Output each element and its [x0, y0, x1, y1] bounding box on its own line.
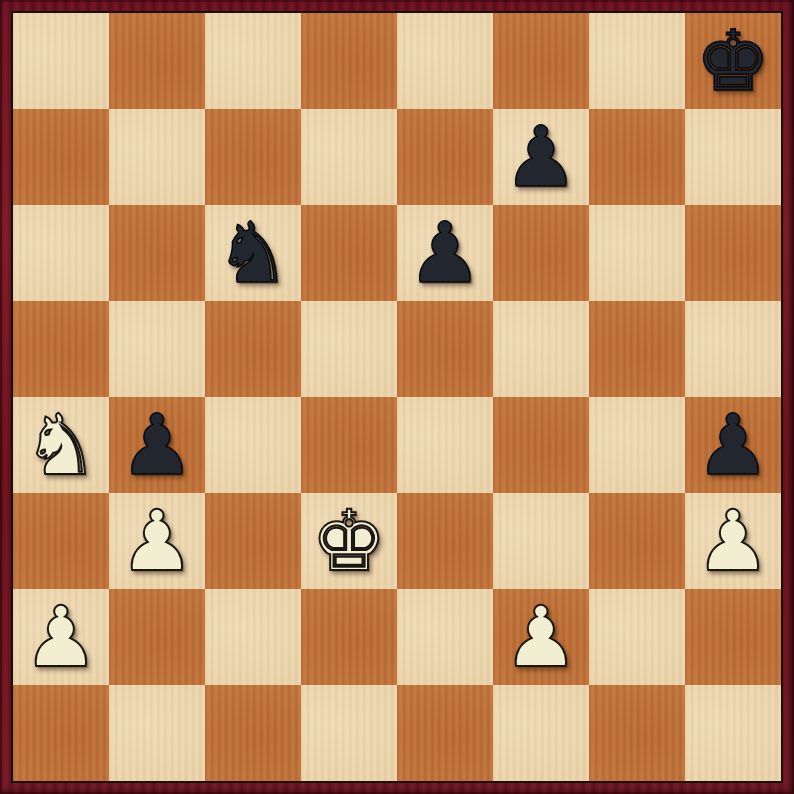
- square-a8[interactable]: [13, 13, 109, 109]
- square-b3[interactable]: ♟: [109, 493, 205, 589]
- piece-white-pawn-f2[interactable]: ♟: [503, 589, 578, 685]
- square-g2[interactable]: [589, 589, 685, 685]
- square-h1[interactable]: [685, 685, 781, 781]
- square-f3[interactable]: [493, 493, 589, 589]
- piece-white-pawn-b3[interactable]: ♟: [119, 493, 194, 589]
- board-frame: ♚♟♞♟♞♟♟♟♚♟♟♟: [0, 0, 794, 794]
- square-e2[interactable]: [397, 589, 493, 685]
- square-c3[interactable]: [205, 493, 301, 589]
- square-f7[interactable]: ♟: [493, 109, 589, 205]
- square-e7[interactable]: [397, 109, 493, 205]
- square-c1[interactable]: [205, 685, 301, 781]
- square-a3[interactable]: [13, 493, 109, 589]
- chess-board: ♚♟♞♟♞♟♟♟♚♟♟♟: [11, 11, 783, 783]
- square-e1[interactable]: [397, 685, 493, 781]
- piece-black-pawn-e6[interactable]: ♟: [407, 205, 482, 301]
- square-b8[interactable]: [109, 13, 205, 109]
- square-e8[interactable]: [397, 13, 493, 109]
- square-b2[interactable]: [109, 589, 205, 685]
- square-d4[interactable]: [301, 397, 397, 493]
- square-b1[interactable]: [109, 685, 205, 781]
- square-a7[interactable]: [13, 109, 109, 205]
- piece-black-knight-c6[interactable]: ♞: [215, 205, 290, 301]
- square-c7[interactable]: [205, 109, 301, 205]
- square-g4[interactable]: [589, 397, 685, 493]
- square-b6[interactable]: [109, 205, 205, 301]
- square-h2[interactable]: [685, 589, 781, 685]
- piece-white-pawn-h3[interactable]: ♟: [695, 493, 770, 589]
- square-a6[interactable]: [13, 205, 109, 301]
- square-e3[interactable]: [397, 493, 493, 589]
- square-g6[interactable]: [589, 205, 685, 301]
- square-h6[interactable]: [685, 205, 781, 301]
- square-h5[interactable]: [685, 301, 781, 397]
- square-c8[interactable]: [205, 13, 301, 109]
- square-h3[interactable]: ♟: [685, 493, 781, 589]
- square-h8[interactable]: ♚: [685, 13, 781, 109]
- piece-black-pawn-f7[interactable]: ♟: [503, 109, 578, 205]
- square-d2[interactable]: [301, 589, 397, 685]
- square-h4[interactable]: ♟: [685, 397, 781, 493]
- square-a5[interactable]: [13, 301, 109, 397]
- piece-black-pawn-b4[interactable]: ♟: [119, 397, 194, 493]
- square-c4[interactable]: [205, 397, 301, 493]
- square-g5[interactable]: [589, 301, 685, 397]
- square-e4[interactable]: [397, 397, 493, 493]
- square-a1[interactable]: [13, 685, 109, 781]
- square-f2[interactable]: ♟: [493, 589, 589, 685]
- square-a2[interactable]: ♟: [13, 589, 109, 685]
- square-a4[interactable]: ♞: [13, 397, 109, 493]
- square-e6[interactable]: ♟: [397, 205, 493, 301]
- square-g3[interactable]: [589, 493, 685, 589]
- piece-white-pawn-a2[interactable]: ♟: [23, 589, 98, 685]
- square-f1[interactable]: [493, 685, 589, 781]
- square-d6[interactable]: [301, 205, 397, 301]
- square-d3[interactable]: ♚: [301, 493, 397, 589]
- square-f6[interactable]: [493, 205, 589, 301]
- square-c2[interactable]: [205, 589, 301, 685]
- square-e5[interactable]: [397, 301, 493, 397]
- square-d7[interactable]: [301, 109, 397, 205]
- square-b7[interactable]: [109, 109, 205, 205]
- square-g7[interactable]: [589, 109, 685, 205]
- square-d1[interactable]: [301, 685, 397, 781]
- square-h7[interactable]: [685, 109, 781, 205]
- square-f8[interactable]: [493, 13, 589, 109]
- piece-black-pawn-h4[interactable]: ♟: [695, 397, 770, 493]
- square-d5[interactable]: [301, 301, 397, 397]
- square-d8[interactable]: [301, 13, 397, 109]
- square-f5[interactable]: [493, 301, 589, 397]
- square-g8[interactable]: [589, 13, 685, 109]
- square-c5[interactable]: [205, 301, 301, 397]
- square-b4[interactable]: ♟: [109, 397, 205, 493]
- square-b5[interactable]: [109, 301, 205, 397]
- piece-black-king-h8[interactable]: ♚: [695, 13, 770, 109]
- piece-white-king-d3[interactable]: ♚: [311, 493, 386, 589]
- square-c6[interactable]: ♞: [205, 205, 301, 301]
- square-g1[interactable]: [589, 685, 685, 781]
- square-f4[interactable]: [493, 397, 589, 493]
- piece-white-knight-a4[interactable]: ♞: [23, 397, 98, 493]
